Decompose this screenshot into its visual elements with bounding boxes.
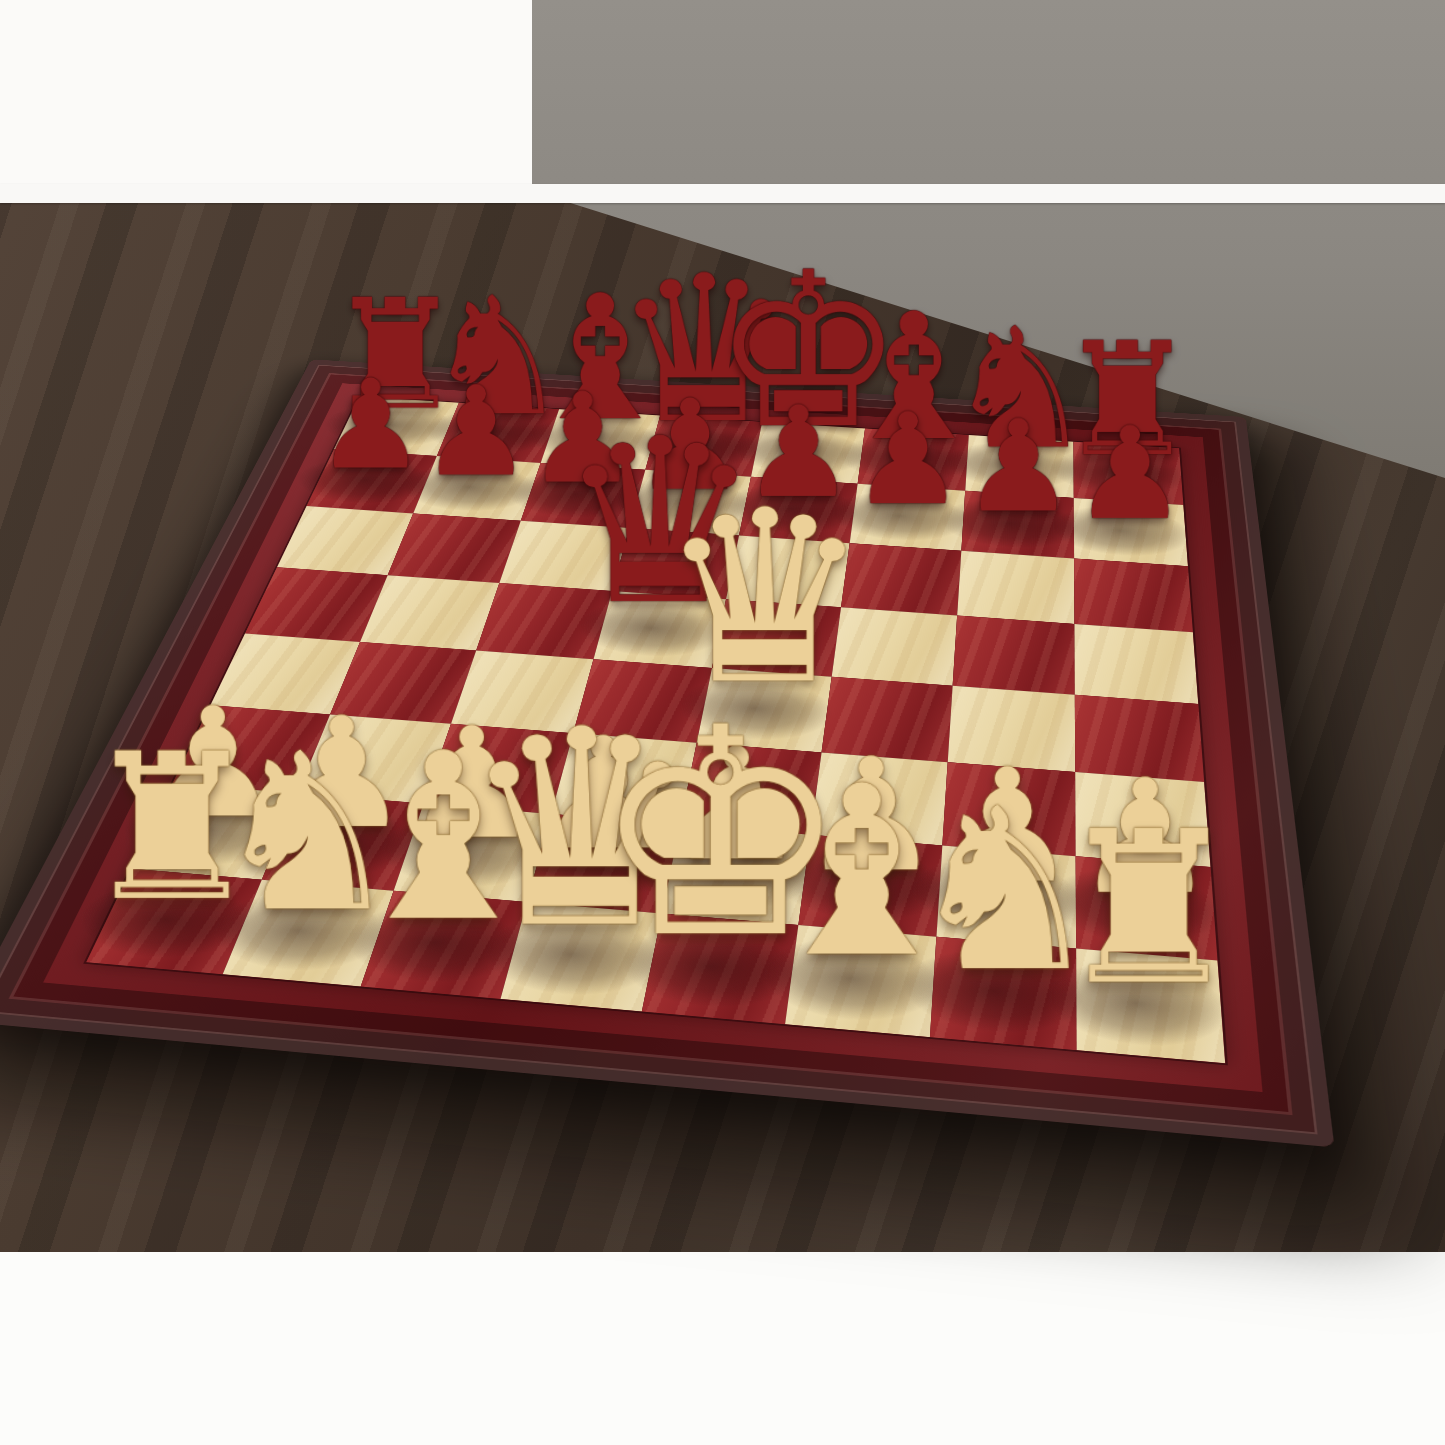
white-backdrop-seam [0,184,1445,203]
piece-glyph: ♟ [991,411,1268,536]
piece-glyph: ♜ [969,806,1329,1013]
photo-stage: ♜♞♝♛♚♝♞♜♟♟♟♟♟♟♟♟♛♛♟♟♟♟♟♟♟♟♜♞♝♛♚♝♞♜ [0,0,1445,1445]
white-background-top-left [0,0,532,197]
white-background-bottom [0,1252,1445,1445]
